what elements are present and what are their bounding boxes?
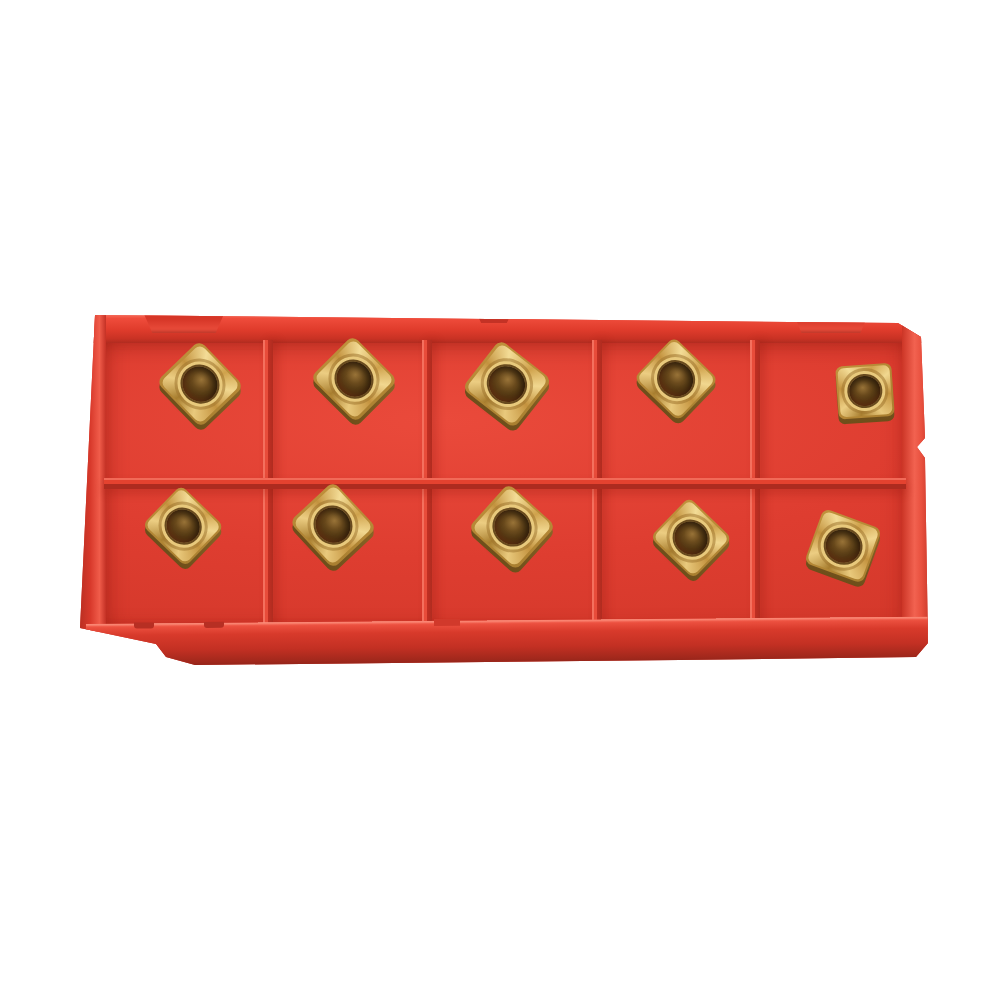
insert-body xyxy=(835,363,895,419)
photo-stage xyxy=(0,0,1001,1001)
inserts-layer xyxy=(0,0,1001,1001)
